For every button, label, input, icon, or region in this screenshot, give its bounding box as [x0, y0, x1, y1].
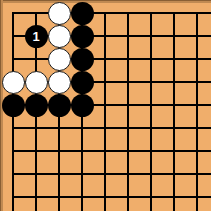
black-stone: 1	[25, 25, 48, 48]
white-stone	[48, 25, 71, 48]
black-stone	[71, 94, 94, 117]
move-number-label: 1	[32, 30, 39, 43]
white-stone	[25, 71, 48, 94]
stone-layer: 1	[2, 2, 209, 209]
black-stone	[71, 2, 94, 25]
black-stone	[2, 94, 25, 117]
white-stone	[48, 48, 71, 71]
black-stone	[71, 25, 94, 48]
white-stone	[48, 2, 71, 25]
black-stone	[71, 48, 94, 71]
black-stone	[71, 71, 94, 94]
black-stone	[25, 94, 48, 117]
white-stone	[2, 71, 25, 94]
black-stone	[48, 94, 71, 117]
go-board[interactable]: 1	[0, 0, 211, 211]
white-stone	[48, 71, 71, 94]
